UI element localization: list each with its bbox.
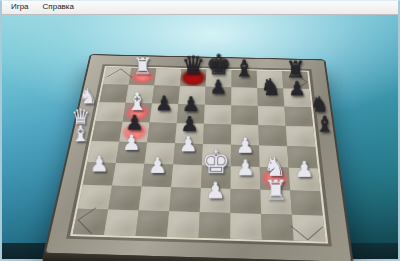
- square-d1[interactable]: [167, 211, 200, 238]
- white-pawn[interactable]: ♟: [139, 155, 177, 177]
- board-squares: ♜♛♚♝♜♟♞♟♝♟♟♟♟♟♟♟♟♟♚♟♞♟♟♜: [73, 67, 326, 241]
- menu-item-1[interactable]: Справка: [36, 1, 81, 13]
- board-frame: ♜♛♚♝♜♟♞♟♝♟♟♟♟♟♟♟♟♟♚♟♞♟♟♜ ♞♛♝♞♝: [46, 55, 351, 261]
- square-b2[interactable]: [108, 186, 141, 211]
- white-rook[interactable]: ♜: [257, 177, 296, 204]
- board-3d-stage: ♜♛♚♝♜♟♞♟♝♟♟♟♟♟♟♟♟♟♚♟♞♟♟♜ ♞♛♝♞♝: [2, 14, 398, 259]
- square-g6[interactable]: [258, 106, 286, 126]
- square-f6[interactable]: [231, 105, 258, 125]
- captured-black-bishop: ♝: [307, 114, 343, 136]
- white-pawn[interactable]: ♟: [80, 153, 118, 175]
- chess-titans-window: ИграСправка ♜♛♚♝♜♟♞♟♝♟♟♟♟♟♟♟♟♟♚♟♞♟♟♜ ♞♛♝…: [0, 0, 400, 261]
- square-c2[interactable]: [139, 186, 172, 211]
- square-f1[interactable]: [230, 213, 262, 240]
- white-pawn[interactable]: ♟: [113, 133, 150, 154]
- menu-item-0[interactable]: Игра: [4, 1, 36, 13]
- square-g1[interactable]: [261, 214, 294, 241]
- square-b1[interactable]: [104, 210, 139, 236]
- square-c1[interactable]: [135, 210, 169, 236]
- white-rook[interactable]: ♜: [126, 55, 159, 78]
- white-pawn[interactable]: ♟: [196, 179, 235, 202]
- menu-bar: ИграСправка: [2, 1, 398, 15]
- square-a2[interactable]: [78, 185, 112, 210]
- captured-white-bishop: ♝: [63, 123, 99, 145]
- square-e1[interactable]: [199, 212, 231, 239]
